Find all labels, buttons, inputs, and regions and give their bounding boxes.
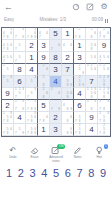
cell-r8c6[interactable]: 68 xyxy=(62,112,74,124)
top-bar: ← ⚙ xyxy=(0,0,112,14)
cell-r6c1[interactable]: 9 xyxy=(2,88,14,100)
cell-r9c8[interactable]: 4 xyxy=(86,124,98,136)
cell-value: 6 xyxy=(17,78,21,86)
cell-r3c8[interactable]: 56 xyxy=(86,52,98,64)
erase-button[interactable]: Erase xyxy=(24,146,45,160)
advanced-notes-icon: ON xyxy=(51,146,61,155)
cell-r9c6[interactable]: 689 xyxy=(62,124,74,136)
cell-notes: 123568 xyxy=(86,88,97,99)
cell-r5c3[interactable]: 35 xyxy=(26,76,38,88)
cell-r7c5[interactable]: 79 xyxy=(50,100,62,112)
cell-r4c8[interactable]: 1256 xyxy=(86,64,98,76)
cell-notes: 26 xyxy=(38,64,49,75)
cell-value: 3 xyxy=(77,54,81,62)
cell-r7c8[interactable]: 138 xyxy=(86,100,98,112)
cell-notes: 36789 xyxy=(26,28,37,39)
cell-r5c8[interactable]: 7 xyxy=(86,76,98,88)
cell-value: 4 xyxy=(17,114,21,122)
pause-icon[interactable] xyxy=(105,19,108,23)
cell-notes: 579 xyxy=(14,124,25,135)
cell-value: 5 xyxy=(41,102,45,110)
cell-notes: 268 xyxy=(86,28,97,39)
cell-r2c1[interactable]: 45678 xyxy=(2,40,14,52)
toolbar: ↶ Undo Erase ON Advanced notes Notes 1 H… xyxy=(0,146,112,163)
cell-r1c9[interactable]: 24678 xyxy=(98,28,110,40)
cell-r9c2[interactable]: 579 xyxy=(14,124,26,136)
hint-bulb-icon: 1 xyxy=(94,146,104,155)
cell-r1c4[interactable]: 467 xyxy=(38,28,50,40)
cell-notes: 1256 xyxy=(98,64,110,75)
cell-notes: 578 xyxy=(74,112,85,123)
cell-notes: 56 xyxy=(86,52,97,63)
cell-r5c5[interactable]: 4 xyxy=(50,76,62,88)
cell-notes: 5678 xyxy=(2,124,13,135)
cell-r2c6[interactable]: 46 xyxy=(62,40,74,52)
cell-notes: 57 xyxy=(14,40,25,51)
cell-r4c9[interactable]: 1256 xyxy=(98,64,110,76)
cell-value: 1 xyxy=(77,42,81,50)
cell-value: 9 xyxy=(89,114,93,122)
hint-badge: 1 xyxy=(104,144,109,149)
cell-value: 7 xyxy=(65,66,69,74)
cell-r3c4[interactable]: 9 xyxy=(38,52,50,64)
cell-notes: 57 xyxy=(14,52,25,63)
cell-notes: 4567 xyxy=(2,52,13,63)
cell-notes: 689 xyxy=(62,124,73,135)
cell-r4c5[interactable]: 3 xyxy=(50,64,62,76)
cell-notes: 568 xyxy=(62,88,73,99)
numpad-9[interactable]: 9 xyxy=(98,168,108,179)
numpad-2[interactable]: 2 xyxy=(16,168,26,179)
cell-r5c9[interactable]: 12358 xyxy=(98,76,110,88)
cell-value: 9 xyxy=(41,54,45,62)
cell-notes: 79 xyxy=(50,100,61,111)
cell-r8c1[interactable]: 135678 xyxy=(2,112,14,124)
cell-notes: 4567 xyxy=(98,52,110,63)
cell-notes: 568 xyxy=(86,40,97,51)
cell-r7c9[interactable]: 1378 xyxy=(98,100,110,112)
cell-r4c3[interactable]: 4 xyxy=(26,64,38,76)
cell-r2c5[interactable]: 67 xyxy=(50,40,62,52)
board: 3467837936789467512782682467845678572367… xyxy=(1,27,111,137)
undo-icon: ↶ xyxy=(9,147,16,155)
cell-r8c8[interactable]: 9 xyxy=(86,112,98,124)
cell-r9c1[interactable]: 5678 xyxy=(2,124,14,136)
cell-r6c5[interactable]: 16 xyxy=(50,88,62,100)
cell-value: 1 xyxy=(41,126,45,134)
cell-notes: 138 xyxy=(86,100,97,111)
cell-notes: 135678 xyxy=(2,112,13,123)
cell-notes: 35678 xyxy=(26,112,37,123)
notes-button[interactable]: Notes xyxy=(67,146,88,160)
advanced-notes-badge: ON xyxy=(57,144,65,149)
cell-r3c9[interactable]: 4567 xyxy=(98,52,110,64)
cell-r4c4[interactable]: 26 xyxy=(38,64,50,76)
cell-notes: 259 xyxy=(74,64,85,75)
cell-r6c8[interactable]: 123568 xyxy=(86,88,98,100)
cell-value: 4 xyxy=(29,66,33,74)
cell-value: 8 xyxy=(17,66,21,74)
cell-r8c7[interactable]: 578 xyxy=(74,112,86,124)
cell-r8c4[interactable]: 678 xyxy=(38,112,50,124)
cell-r1c5[interactable]: 5 xyxy=(50,28,62,40)
erase-label: Erase xyxy=(30,156,38,160)
cell-value: 4 xyxy=(89,126,93,134)
cell-r7c6[interactable]: 489 xyxy=(62,100,74,112)
cell-notes: 3789 xyxy=(26,100,37,111)
numpad-3[interactable]: 3 xyxy=(28,168,38,179)
cell-r3c2[interactable]: 57 xyxy=(14,52,26,64)
cell-r6c7[interactable]: 4 xyxy=(74,88,86,100)
cell-r1c3[interactable]: 36789 xyxy=(26,28,38,40)
cell-value: 6 xyxy=(77,102,81,110)
cell-notes: 46 xyxy=(62,40,73,51)
cell-value: 1 xyxy=(29,54,33,62)
cell-r1c2[interactable]: 379 xyxy=(14,28,26,40)
timer: 00:09 xyxy=(92,18,108,23)
cell-r8c3[interactable]: 35678 xyxy=(26,112,38,124)
cell-r1c1[interactable]: 34678 xyxy=(2,28,14,40)
cell-r6c4[interactable]: 268 xyxy=(38,88,50,100)
cell-r3c5[interactable]: 8 xyxy=(50,52,62,64)
edit-icon[interactable] xyxy=(86,3,94,11)
cell-value: 2 xyxy=(53,114,57,122)
cell-r7c4[interactable]: 5 xyxy=(38,100,50,112)
cell-r2c8[interactable]: 568 xyxy=(86,40,98,52)
cell-notes: 135 xyxy=(2,76,13,87)
cell-r5c4[interactable]: 28 xyxy=(38,76,50,88)
cell-value: 7 xyxy=(89,78,93,86)
cell-r3c7[interactable]: 3 xyxy=(74,52,86,64)
cell-value: 3 xyxy=(41,42,45,50)
cell-r4c1[interactable]: 15 xyxy=(2,64,14,76)
mistakes-label: Mistakes: 1/3 xyxy=(40,18,67,23)
cell-value: 2 xyxy=(5,102,9,110)
cell-r7c1[interactable]: 2 xyxy=(2,100,14,112)
numpad-8[interactable]: 8 xyxy=(86,168,96,179)
cell-value: 9 xyxy=(102,42,106,50)
cell-notes: 56789 xyxy=(26,124,37,135)
cell-r7c3[interactable]: 3789 xyxy=(26,100,38,112)
undo-button[interactable]: ↶ Undo xyxy=(2,146,23,160)
cell-r5c2[interactable]: 6 xyxy=(14,76,26,88)
cell-r4c6[interactable]: 7 xyxy=(62,64,74,76)
cell-notes: 2578 xyxy=(74,124,85,135)
difficulty-label: Easy xyxy=(4,18,14,23)
cell-notes: 589 xyxy=(62,76,73,87)
hint-label: Hint xyxy=(97,156,102,160)
eraser-icon xyxy=(29,146,39,155)
cell-value: 2 xyxy=(29,42,33,50)
cell-notes: 467 xyxy=(38,28,49,39)
cell-notes: 68 xyxy=(62,112,73,123)
cell-notes: 34678 xyxy=(2,28,13,39)
cell-r5c1[interactable]: 135 xyxy=(2,76,14,88)
cell-r5c7[interactable]: 2589 xyxy=(74,76,86,88)
cell-notes: 268 xyxy=(38,88,49,99)
cell-r6c2[interactable]: 12357 xyxy=(14,88,26,100)
cell-r1c7[interactable]: 278 xyxy=(74,28,86,40)
cell-notes: 1256 xyxy=(86,64,97,75)
cell-value: 2 xyxy=(65,54,69,62)
numpad-7[interactable]: 7 xyxy=(75,168,85,179)
cell-value: 1 xyxy=(65,30,69,38)
cell-r9c9[interactable]: 2578 xyxy=(98,124,110,136)
cell-r8c5[interactable]: 2 xyxy=(50,112,62,124)
cell-r4c2[interactable]: 8 xyxy=(14,64,26,76)
cell-notes: 15 xyxy=(2,64,13,75)
hint-button[interactable]: 1 Hint xyxy=(89,146,110,160)
notes-pencil-icon xyxy=(73,146,83,155)
cell-r6c3[interactable]: 357 xyxy=(26,88,38,100)
theme-icon[interactable] xyxy=(72,3,80,11)
cell-r6c6[interactable]: 568 xyxy=(62,88,74,100)
cell-r2c4[interactable]: 3 xyxy=(38,40,50,52)
cell-notes: 13578 xyxy=(98,112,110,123)
timer-value: 00:09 xyxy=(92,18,103,23)
cell-r2c3[interactable]: 2 xyxy=(26,40,38,52)
top-icons: ⚙ xyxy=(72,3,108,11)
number-pad: 1 2 3 4 5 6 7 8 9 xyxy=(0,168,112,179)
advanced-notes-label: Advanced notes xyxy=(45,156,66,163)
cell-r2c9[interactable]: 9 xyxy=(98,40,110,52)
advanced-notes-button[interactable]: ON Advanced notes xyxy=(45,146,66,163)
cell-notes: 45678 xyxy=(2,40,13,51)
cell-r2c2[interactable]: 57 xyxy=(14,40,26,52)
cell-r1c6[interactable]: 1 xyxy=(62,28,74,40)
cell-r5c6[interactable]: 589 xyxy=(62,76,74,88)
cell-r8c9[interactable]: 13578 xyxy=(98,112,110,124)
cell-notes: 16 xyxy=(50,88,61,99)
cell-notes: 278 xyxy=(74,28,85,39)
cell-r7c7[interactable]: 6 xyxy=(74,100,86,112)
cell-notes: 357 xyxy=(26,88,37,99)
cell-value: 3 xyxy=(53,66,57,74)
cell-r9c4[interactable]: 1 xyxy=(38,124,50,136)
numpad-4[interactable]: 4 xyxy=(39,168,49,179)
cell-value: 8 xyxy=(53,54,57,62)
status-bar: Easy Mistakes: 1/3 00:09 xyxy=(0,14,112,27)
cell-r3c1[interactable]: 4567 xyxy=(2,52,14,64)
cell-value: 4 xyxy=(77,90,81,98)
cell-notes: 1379 xyxy=(14,100,25,111)
cell-r1c8[interactable]: 268 xyxy=(86,28,98,40)
cell-notes: 1378 xyxy=(98,100,110,111)
cell-value: 9 xyxy=(5,90,9,98)
cell-notes: 35 xyxy=(26,76,37,87)
cell-notes: 678 xyxy=(38,112,49,123)
cell-value: 4 xyxy=(53,78,57,86)
settings-icon[interactable]: ⚙ xyxy=(100,3,108,11)
cell-notes: 123568 xyxy=(98,88,110,99)
cell-r6c9[interactable]: 123568 xyxy=(98,88,110,100)
cell-notes: 379 xyxy=(14,28,25,39)
undo-label: Undo xyxy=(9,156,16,160)
numpad-1[interactable]: 1 xyxy=(4,168,14,179)
cell-notes: 28 xyxy=(38,76,49,87)
numpad-6[interactable]: 6 xyxy=(63,168,73,179)
numpad-5[interactable]: 5 xyxy=(51,168,61,179)
cell-r3c6[interactable]: 2 xyxy=(62,52,74,64)
cell-r2c7[interactable]: 1 xyxy=(74,40,86,52)
cell-notes: 12357 xyxy=(14,88,25,99)
cell-value: 5 xyxy=(53,30,57,38)
cell-r3c3[interactable]: 1 xyxy=(26,52,38,64)
cell-r9c5[interactable]: 3 xyxy=(50,124,62,136)
cell-r4c7[interactable]: 259 xyxy=(74,64,86,76)
cell-notes: 2589 xyxy=(74,76,85,87)
cell-notes: 2578 xyxy=(98,124,110,135)
cell-r9c7[interactable]: 2578 xyxy=(74,124,86,136)
back-icon[interactable]: ← xyxy=(4,3,13,12)
cell-r8c2[interactable]: 4 xyxy=(14,112,26,124)
cell-notes: 12358 xyxy=(98,76,110,87)
notes-label: Notes xyxy=(74,156,82,160)
cell-notes: 489 xyxy=(62,100,73,111)
cell-notes: 67 xyxy=(50,40,61,51)
cell-r7c2[interactable]: 1379 xyxy=(14,100,26,112)
cell-value: 3 xyxy=(53,126,57,134)
cell-r9c3[interactable]: 56789 xyxy=(26,124,38,136)
cell-notes: 24678 xyxy=(98,28,110,39)
